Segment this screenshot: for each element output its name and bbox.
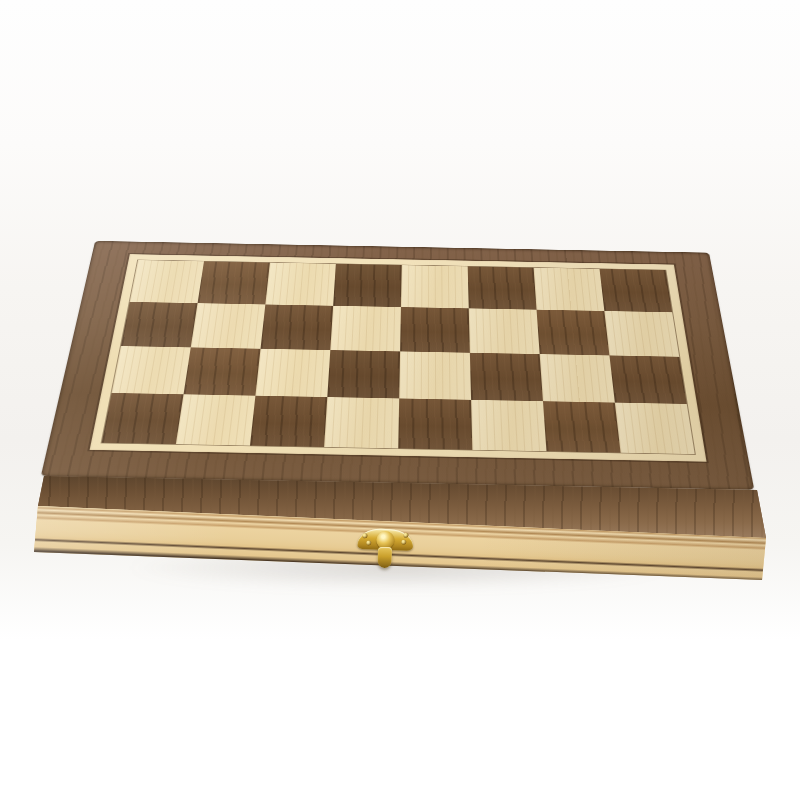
studio-background <box>0 0 800 800</box>
light-square <box>330 306 401 352</box>
dark-square <box>261 304 334 350</box>
light-square <box>176 394 256 445</box>
maple-border <box>90 254 707 462</box>
dark-square <box>470 353 543 401</box>
dark-square <box>609 355 686 404</box>
light-square <box>112 346 191 394</box>
walnut-frame <box>41 241 754 490</box>
light-square <box>471 400 546 451</box>
dark-square <box>184 347 261 395</box>
light-square <box>265 263 335 306</box>
dark-square <box>543 401 621 452</box>
dark-square <box>333 264 402 307</box>
dark-square <box>121 302 198 348</box>
light-square <box>130 260 204 303</box>
dark-square <box>198 261 270 304</box>
light-square <box>540 354 615 402</box>
brass-clasp <box>356 525 414 575</box>
dark-square <box>102 393 184 444</box>
chessboard-grid <box>102 260 695 454</box>
dark-square <box>537 310 610 356</box>
light-square <box>401 265 469 308</box>
light-square <box>604 311 679 357</box>
dark-square <box>468 266 537 309</box>
dark-square <box>398 398 472 449</box>
light-square <box>615 403 695 454</box>
dark-square <box>250 396 327 447</box>
dark-square <box>400 307 470 353</box>
dark-square <box>327 350 400 398</box>
light-square <box>191 303 266 349</box>
light-square <box>534 268 605 311</box>
light-square <box>324 397 399 448</box>
light-square <box>255 349 330 397</box>
dark-square <box>600 269 673 312</box>
light-square <box>399 351 471 399</box>
clasp-hook <box>377 547 392 568</box>
light-square <box>469 308 540 354</box>
